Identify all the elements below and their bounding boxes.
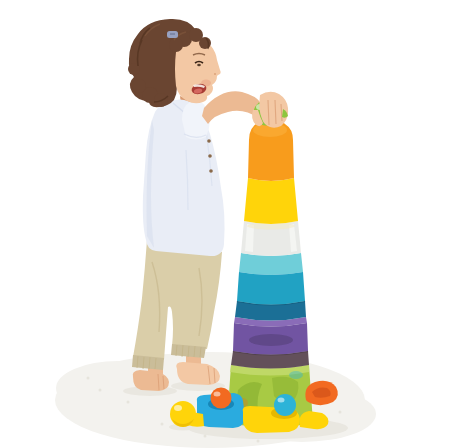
green-cup-inner-teal-hint xyxy=(289,371,303,379)
right-arm xyxy=(202,91,260,124)
tower-yellow-cup xyxy=(244,178,298,224)
purple-cup-inner-shadow xyxy=(249,334,293,346)
green-ball-and-hand xyxy=(252,92,288,128)
eye-iris xyxy=(197,64,201,67)
pants xyxy=(133,240,222,360)
rug-speckle xyxy=(339,411,342,414)
rug-speckle xyxy=(161,423,164,426)
orange-ball-highlight xyxy=(214,392,221,397)
head xyxy=(128,19,221,107)
yellow-ball-highlight xyxy=(174,405,182,411)
hair-curl xyxy=(169,38,183,52)
shirt-button xyxy=(209,169,213,173)
rug-speckle xyxy=(127,401,130,404)
tower-cyan-cup xyxy=(237,272,305,305)
yellow-ball xyxy=(170,401,196,427)
orange-ball xyxy=(211,388,232,409)
scene-svg xyxy=(0,0,450,448)
photo-canvas xyxy=(0,0,450,448)
shirt-button xyxy=(207,139,211,143)
tower xyxy=(227,119,313,427)
nostril xyxy=(214,73,216,75)
tower-cyan-rim xyxy=(239,253,303,275)
hair-curl xyxy=(132,79,146,93)
shirt-button xyxy=(208,154,212,158)
rug-speckle xyxy=(99,389,102,392)
rug-speckle xyxy=(257,440,260,443)
teal-ball-highlight xyxy=(278,398,285,403)
teal-ball xyxy=(274,394,296,416)
rug-speckle xyxy=(87,377,90,380)
